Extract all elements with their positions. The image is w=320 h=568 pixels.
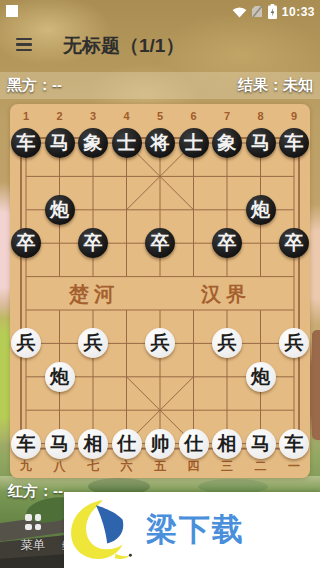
no-sim-icon: [252, 5, 263, 18]
file-label-bottom: 五: [150, 458, 170, 475]
piece-black-象[interactable]: 象: [212, 128, 242, 158]
sail-moon-logo-icon: [68, 499, 134, 561]
river-label-left: 楚河: [49, 281, 139, 308]
piece-red-相[interactable]: 相: [78, 429, 108, 459]
watermark-text: 梁下载: [146, 509, 245, 551]
app-screen: 10:33 无标题（1/1） 黑方：-- 结果：未知: [0, 0, 320, 568]
piece-red-相[interactable]: 相: [212, 429, 242, 459]
piece-black-卒[interactable]: 卒: [279, 228, 309, 258]
result-label: 结果：未知: [238, 76, 313, 95]
piece-black-士[interactable]: 士: [112, 128, 142, 158]
file-label-top: 6: [184, 110, 204, 122]
grid-menu-icon: [25, 514, 41, 530]
menu-button-label: 菜单: [13, 537, 53, 554]
file-label-bottom: 七: [83, 458, 103, 475]
piece-black-炮[interactable]: 炮: [45, 195, 75, 225]
file-label-bottom: 四: [184, 458, 204, 475]
piece-red-仕[interactable]: 仕: [179, 429, 209, 459]
screenshot-square-icon: [6, 5, 18, 17]
file-label-top: 8: [251, 110, 271, 122]
file-label-top: 7: [217, 110, 237, 122]
file-label-top: 4: [117, 110, 137, 122]
hamburger-icon[interactable]: [16, 38, 32, 51]
status-bar: 10:33: [0, 0, 320, 22]
watermark-banner[interactable]: 梁下载: [64, 492, 320, 568]
file-label-bottom: 八: [50, 458, 70, 475]
piece-black-将[interactable]: 将: [145, 128, 175, 158]
piece-black-马[interactable]: 马: [45, 128, 75, 158]
piece-red-车[interactable]: 车: [279, 429, 309, 459]
wifi-icon: [232, 5, 247, 18]
piece-red-帅[interactable]: 帅: [145, 429, 175, 459]
red-side-strip: 红方：--: [8, 482, 63, 501]
piece-black-卒[interactable]: 卒: [212, 228, 242, 258]
file-label-bottom: 一: [284, 458, 304, 475]
piece-black-车[interactable]: 车: [279, 128, 309, 158]
piece-red-仕[interactable]: 仕: [112, 429, 142, 459]
file-label-top: 1: [16, 110, 36, 122]
piece-black-卒[interactable]: 卒: [145, 228, 175, 258]
piece-red-马[interactable]: 马: [45, 429, 75, 459]
menu-button[interactable]: 菜单: [13, 514, 53, 554]
piece-black-卒[interactable]: 卒: [11, 228, 41, 258]
piece-red-炮[interactable]: 炮: [45, 362, 75, 392]
red-side-label: 红方：--: [8, 482, 63, 499]
xiangqi-board[interactable]: 楚河 汉界 123456789九八七六五四三二一车马象士将士象马车炮炮卒卒卒卒卒…: [10, 104, 310, 478]
tree-trunk: [312, 330, 320, 440]
piece-red-马[interactable]: 马: [246, 429, 276, 459]
file-label-top: 5: [150, 110, 170, 122]
file-label-top: 9: [284, 110, 304, 122]
black-side-label: 黑方：--: [7, 76, 62, 95]
piece-black-马[interactable]: 马: [246, 128, 276, 158]
file-label-top: 3: [83, 110, 103, 122]
file-label-bottom: 三: [217, 458, 237, 475]
page-title: 无标题（1/1）: [63, 33, 184, 59]
battery-charging-icon: [268, 4, 277, 19]
piece-black-象[interactable]: 象: [78, 128, 108, 158]
file-label-top: 2: [50, 110, 70, 122]
file-label-bottom: 六: [117, 458, 137, 475]
title-bar: 无标题（1/1）: [0, 25, 320, 71]
river-label-right: 汉界: [181, 281, 271, 308]
piece-black-车[interactable]: 车: [11, 128, 41, 158]
clock: 10:33: [282, 5, 315, 19]
piece-red-炮[interactable]: 炮: [246, 362, 276, 392]
piece-red-车[interactable]: 车: [11, 429, 41, 459]
file-label-bottom: 二: [251, 458, 271, 475]
piece-black-士[interactable]: 士: [179, 128, 209, 158]
file-label-bottom: 九: [16, 458, 36, 475]
piece-black-炮[interactable]: 炮: [246, 195, 276, 225]
info-strip: 黑方：-- 结果：未知: [0, 72, 320, 99]
piece-black-卒[interactable]: 卒: [78, 228, 108, 258]
